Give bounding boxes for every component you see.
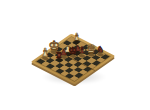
product-photo: ♝♚♟♟♝♛♟♚♝♞♜ bbox=[0, 0, 150, 110]
square-h1 bbox=[69, 76, 78, 82]
